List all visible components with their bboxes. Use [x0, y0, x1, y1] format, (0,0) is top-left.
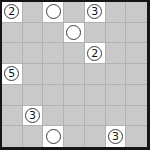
cell-r4c2[interactable] [23, 64, 44, 85]
cell-r7c2[interactable] [23, 126, 44, 147]
clue-number: 2 [91, 48, 98, 59]
number-circle-clue: 2 [4, 4, 19, 19]
number-circle-clue: 5 [4, 66, 19, 81]
cell-r2c6[interactable] [106, 23, 127, 44]
cell-r1c5: 3 [85, 2, 106, 23]
cell-r5c5[interactable] [85, 85, 106, 106]
cell-r6c2: 3 [23, 106, 44, 127]
cell-r6c6[interactable] [106, 106, 127, 127]
cell-r3c4[interactable] [64, 43, 85, 64]
cell-r3c7[interactable] [126, 43, 147, 64]
cell-r2c2[interactable] [23, 23, 44, 44]
cell-r2c4 [64, 23, 85, 44]
number-circle-clue: 3 [87, 4, 102, 19]
cell-r4c7[interactable] [126, 64, 147, 85]
cell-r5c7[interactable] [126, 85, 147, 106]
cell-r1c3 [43, 2, 64, 23]
cell-r1c7[interactable] [126, 2, 147, 23]
empty-circle-clue [66, 25, 81, 40]
cell-r7c1[interactable] [2, 126, 23, 147]
cell-r1c6[interactable] [106, 2, 127, 23]
cell-r3c6[interactable] [106, 43, 127, 64]
cell-r7c4[interactable] [64, 126, 85, 147]
cell-r5c1[interactable] [2, 85, 23, 106]
cell-r5c2[interactable] [23, 85, 44, 106]
cell-r4c5[interactable] [85, 64, 106, 85]
cell-r7c7[interactable] [126, 126, 147, 147]
cell-r3c1[interactable] [2, 43, 23, 64]
clue-number: 5 [8, 68, 15, 79]
cell-r5c3[interactable] [43, 85, 64, 106]
cell-r7c3 [43, 126, 64, 147]
cell-r6c7[interactable] [126, 106, 147, 127]
cell-r6c3[interactable] [43, 106, 64, 127]
cell-r4c1: 5 [2, 64, 23, 85]
cell-r6c1[interactable] [2, 106, 23, 127]
empty-circle-clue [46, 4, 61, 19]
cell-r5c6[interactable] [106, 85, 127, 106]
clue-number: 2 [8, 6, 15, 17]
cell-r1c2[interactable] [23, 2, 44, 23]
cell-r1c1: 2 [2, 2, 23, 23]
cell-r3c5: 2 [85, 43, 106, 64]
puzzle-board: 232533 [0, 0, 150, 150]
cell-r7c6: 3 [106, 126, 127, 147]
clue-number: 3 [91, 6, 98, 17]
cell-r4c3[interactable] [43, 64, 64, 85]
number-circle-clue: 3 [25, 108, 40, 123]
cell-r3c2[interactable] [23, 43, 44, 64]
cell-r7c5[interactable] [85, 126, 106, 147]
clue-number: 3 [112, 131, 119, 142]
cell-r2c7[interactable] [126, 23, 147, 44]
cell-r4c4[interactable] [64, 64, 85, 85]
cell-r3c3[interactable] [43, 43, 64, 64]
cell-r2c3[interactable] [43, 23, 64, 44]
cell-r1c4[interactable] [64, 2, 85, 23]
cell-r2c1[interactable] [2, 23, 23, 44]
number-circle-clue: 2 [87, 46, 102, 61]
empty-circle-clue [46, 129, 61, 144]
puzzle-container: 232533 [0, 0, 150, 150]
clue-number: 3 [29, 110, 36, 121]
number-circle-clue: 3 [108, 129, 123, 144]
cell-r4c6[interactable] [106, 64, 127, 85]
cell-r2c5[interactable] [85, 23, 106, 44]
cell-r5c4[interactable] [64, 85, 85, 106]
cell-r6c4[interactable] [64, 106, 85, 127]
cell-r6c5[interactable] [85, 106, 106, 127]
